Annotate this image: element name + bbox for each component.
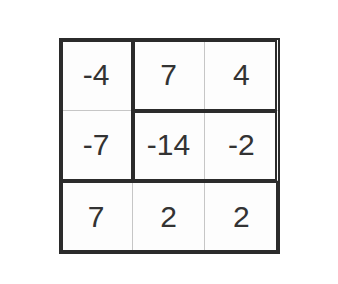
cell-value: 7 — [88, 202, 105, 232]
cell-value: 2 — [233, 202, 250, 232]
cell-value: -2 — [228, 130, 255, 160]
puzzle-board: -4 7 4 -7 -14 -2 7 2 2 — [59, 38, 280, 254]
cell-value: -7 — [83, 130, 110, 160]
cell-r1c2[interactable]: -2 — [205, 111, 277, 182]
cell-value: 2 — [160, 202, 177, 232]
cell-r1c1[interactable]: -14 — [133, 111, 205, 182]
cell-value: -14 — [147, 130, 190, 160]
cell-value: 4 — [233, 60, 250, 90]
cell-r2c2[interactable]: 2 — [205, 181, 277, 252]
cell-r0c0[interactable]: -4 — [61, 40, 133, 111]
cell-value: 7 — [160, 60, 177, 90]
cell-r2c0[interactable]: 7 — [61, 181, 133, 252]
cell-r0c2[interactable]: 4 — [205, 40, 277, 111]
cell-r2c1[interactable]: 2 — [133, 181, 205, 252]
cell-r0c1[interactable]: 7 — [133, 40, 205, 111]
cell-r1c0[interactable]: -7 — [61, 111, 133, 182]
cell-value: -4 — [83, 60, 110, 90]
cell-grid: -4 7 4 -7 -14 -2 7 2 2 — [61, 40, 278, 252]
